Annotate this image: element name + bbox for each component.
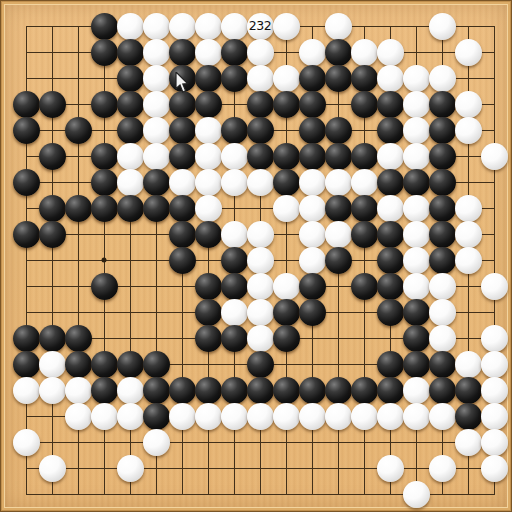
intersection-18-17[interactable] xyxy=(455,429,481,455)
intersection-18-2[interactable] xyxy=(455,39,481,65)
intersection-17-15[interactable] xyxy=(429,377,455,403)
intersection-6-6[interactable] xyxy=(143,143,169,169)
intersection-9-19[interactable] xyxy=(221,481,247,507)
intersection-14-5[interactable] xyxy=(351,117,377,143)
intersection-3-12[interactable] xyxy=(65,299,91,325)
intersection-18-12[interactable] xyxy=(455,299,481,325)
intersection-15-10[interactable] xyxy=(377,247,403,273)
intersection-11-4[interactable] xyxy=(273,91,299,117)
intersection-15-12[interactable] xyxy=(377,299,403,325)
intersection-6-12[interactable] xyxy=(143,299,169,325)
intersection-19-8[interactable] xyxy=(481,195,507,221)
intersection-19-5[interactable] xyxy=(481,117,507,143)
intersection-11-12[interactable] xyxy=(273,299,299,325)
intersection-6-7[interactable] xyxy=(143,169,169,195)
intersection-2-3[interactable] xyxy=(39,65,65,91)
intersection-18-4[interactable] xyxy=(455,91,481,117)
intersection-12-4[interactable] xyxy=(299,91,325,117)
intersection-4-19[interactable] xyxy=(91,481,117,507)
intersection-9-10[interactable] xyxy=(221,247,247,273)
intersection-5-8[interactable] xyxy=(117,195,143,221)
intersection-18-14[interactable] xyxy=(455,351,481,377)
intersection-19-1[interactable] xyxy=(481,13,507,39)
intersection-3-13[interactable] xyxy=(65,325,91,351)
intersection-11-14[interactable] xyxy=(273,351,299,377)
intersection-15-8[interactable] xyxy=(377,195,403,221)
intersection-10-13[interactable] xyxy=(247,325,273,351)
intersection-6-17[interactable] xyxy=(143,429,169,455)
intersection-14-4[interactable] xyxy=(351,91,377,117)
intersection-3-15[interactable] xyxy=(65,377,91,403)
intersection-15-2[interactable] xyxy=(377,39,403,65)
intersection-1-10[interactable] xyxy=(13,247,39,273)
intersection-7-19[interactable] xyxy=(169,481,195,507)
intersection-13-11[interactable] xyxy=(325,273,351,299)
intersection-7-11[interactable] xyxy=(169,273,195,299)
intersection-7-18[interactable] xyxy=(169,455,195,481)
intersection-19-4[interactable] xyxy=(481,91,507,117)
intersection-14-11[interactable] xyxy=(351,273,377,299)
intersection-8-11[interactable] xyxy=(195,273,221,299)
intersection-3-7[interactable] xyxy=(65,169,91,195)
intersection-8-19[interactable] xyxy=(195,481,221,507)
intersection-10-1[interactable]: 232 xyxy=(247,13,273,39)
intersection-8-16[interactable] xyxy=(195,403,221,429)
intersection-4-6[interactable] xyxy=(91,143,117,169)
intersection-5-19[interactable] xyxy=(117,481,143,507)
intersection-9-1[interactable] xyxy=(221,13,247,39)
intersection-13-7[interactable] xyxy=(325,169,351,195)
intersection-18-15[interactable] xyxy=(455,377,481,403)
intersection-14-10[interactable] xyxy=(351,247,377,273)
intersection-19-12[interactable] xyxy=(481,299,507,325)
intersection-9-2[interactable] xyxy=(221,39,247,65)
intersection-17-5[interactable] xyxy=(429,117,455,143)
intersection-4-15[interactable] xyxy=(91,377,117,403)
intersection-7-10[interactable] xyxy=(169,247,195,273)
intersection-5-15[interactable] xyxy=(117,377,143,403)
intersection-12-9[interactable] xyxy=(299,221,325,247)
intersection-2-2[interactable] xyxy=(39,39,65,65)
intersection-5-12[interactable] xyxy=(117,299,143,325)
intersection-9-13[interactable] xyxy=(221,325,247,351)
intersection-15-3[interactable] xyxy=(377,65,403,91)
intersection-12-16[interactable] xyxy=(299,403,325,429)
intersection-18-19[interactable] xyxy=(455,481,481,507)
intersection-4-3[interactable] xyxy=(91,65,117,91)
intersection-17-10[interactable] xyxy=(429,247,455,273)
intersection-18-1[interactable] xyxy=(455,13,481,39)
intersection-17-13[interactable] xyxy=(429,325,455,351)
intersection-8-13[interactable] xyxy=(195,325,221,351)
intersection-9-16[interactable] xyxy=(221,403,247,429)
intersection-19-19[interactable] xyxy=(481,481,507,507)
intersection-2-15[interactable] xyxy=(39,377,65,403)
intersection-2-5[interactable] xyxy=(39,117,65,143)
intersection-11-18[interactable] xyxy=(273,455,299,481)
intersection-15-15[interactable] xyxy=(377,377,403,403)
intersection-12-5[interactable] xyxy=(299,117,325,143)
intersection-4-1[interactable] xyxy=(91,13,117,39)
intersection-11-1[interactable] xyxy=(273,13,299,39)
intersection-14-15[interactable] xyxy=(351,377,377,403)
intersection-9-5[interactable] xyxy=(221,117,247,143)
intersection-9-18[interactable] xyxy=(221,455,247,481)
intersection-16-13[interactable] xyxy=(403,325,429,351)
intersection-5-7[interactable] xyxy=(117,169,143,195)
intersection-11-19[interactable] xyxy=(273,481,299,507)
intersection-10-15[interactable] xyxy=(247,377,273,403)
intersection-4-8[interactable] xyxy=(91,195,117,221)
intersection-9-6[interactable] xyxy=(221,143,247,169)
intersection-13-9[interactable] xyxy=(325,221,351,247)
intersection-12-2[interactable] xyxy=(299,39,325,65)
intersection-1-15[interactable] xyxy=(13,377,39,403)
intersection-4-14[interactable] xyxy=(91,351,117,377)
intersection-17-8[interactable] xyxy=(429,195,455,221)
intersection-1-14[interactable] xyxy=(13,351,39,377)
intersection-16-9[interactable] xyxy=(403,221,429,247)
intersection-18-18[interactable] xyxy=(455,455,481,481)
intersection-5-3[interactable] xyxy=(117,65,143,91)
intersection-2-16[interactable] xyxy=(39,403,65,429)
intersection-8-1[interactable] xyxy=(195,13,221,39)
intersection-19-13[interactable] xyxy=(481,325,507,351)
intersection-12-3[interactable] xyxy=(299,65,325,91)
intersection-1-1[interactable] xyxy=(13,13,39,39)
intersection-16-2[interactable] xyxy=(403,39,429,65)
intersection-9-15[interactable] xyxy=(221,377,247,403)
intersection-14-9[interactable] xyxy=(351,221,377,247)
intersection-9-11[interactable] xyxy=(221,273,247,299)
intersection-19-11[interactable] xyxy=(481,273,507,299)
intersection-16-18[interactable] xyxy=(403,455,429,481)
intersection-7-2[interactable] xyxy=(169,39,195,65)
intersection-11-3[interactable] xyxy=(273,65,299,91)
intersection-8-17[interactable] xyxy=(195,429,221,455)
intersection-17-3[interactable] xyxy=(429,65,455,91)
intersection-6-15[interactable] xyxy=(143,377,169,403)
intersection-15-11[interactable] xyxy=(377,273,403,299)
intersection-15-5[interactable] xyxy=(377,117,403,143)
intersection-4-10[interactable] xyxy=(91,247,117,273)
intersection-14-16[interactable] xyxy=(351,403,377,429)
intersection-6-13[interactable] xyxy=(143,325,169,351)
intersection-1-6[interactable] xyxy=(13,143,39,169)
intersection-18-8[interactable] xyxy=(455,195,481,221)
intersection-14-14[interactable] xyxy=(351,351,377,377)
intersection-7-13[interactable] xyxy=(169,325,195,351)
intersection-19-18[interactable] xyxy=(481,455,507,481)
intersection-7-9[interactable] xyxy=(169,221,195,247)
intersection-10-8[interactable] xyxy=(247,195,273,221)
intersection-10-12[interactable] xyxy=(247,299,273,325)
intersection-13-1[interactable] xyxy=(325,13,351,39)
intersection-11-5[interactable] xyxy=(273,117,299,143)
intersection-1-3[interactable] xyxy=(13,65,39,91)
intersection-8-3[interactable] xyxy=(195,65,221,91)
intersection-19-7[interactable] xyxy=(481,169,507,195)
intersection-19-15[interactable] xyxy=(481,377,507,403)
intersection-1-16[interactable] xyxy=(13,403,39,429)
intersection-17-7[interactable] xyxy=(429,169,455,195)
intersection-19-3[interactable] xyxy=(481,65,507,91)
intersection-3-2[interactable] xyxy=(65,39,91,65)
intersection-7-6[interactable] xyxy=(169,143,195,169)
intersection-16-17[interactable] xyxy=(403,429,429,455)
intersection-13-15[interactable] xyxy=(325,377,351,403)
intersection-12-6[interactable] xyxy=(299,143,325,169)
intersection-7-1[interactable] xyxy=(169,13,195,39)
intersection-10-9[interactable] xyxy=(247,221,273,247)
intersection-3-16[interactable] xyxy=(65,403,91,429)
intersection-16-6[interactable] xyxy=(403,143,429,169)
intersection-12-1[interactable] xyxy=(299,13,325,39)
intersection-5-18[interactable] xyxy=(117,455,143,481)
intersection-5-6[interactable] xyxy=(117,143,143,169)
intersection-10-5[interactable] xyxy=(247,117,273,143)
intersection-13-4[interactable] xyxy=(325,91,351,117)
intersection-3-17[interactable] xyxy=(65,429,91,455)
intersection-16-4[interactable] xyxy=(403,91,429,117)
intersection-8-2[interactable] xyxy=(195,39,221,65)
intersection-18-16[interactable] xyxy=(455,403,481,429)
intersection-6-4[interactable] xyxy=(143,91,169,117)
intersection-7-14[interactable] xyxy=(169,351,195,377)
intersection-12-8[interactable] xyxy=(299,195,325,221)
intersection-2-7[interactable] xyxy=(39,169,65,195)
intersection-3-11[interactable] xyxy=(65,273,91,299)
intersection-10-17[interactable] xyxy=(247,429,273,455)
intersection-7-16[interactable] xyxy=(169,403,195,429)
intersection-5-10[interactable] xyxy=(117,247,143,273)
intersection-16-19[interactable] xyxy=(403,481,429,507)
intersection-6-3[interactable] xyxy=(143,65,169,91)
intersection-6-19[interactable] xyxy=(143,481,169,507)
intersection-12-19[interactable] xyxy=(299,481,325,507)
intersection-12-12[interactable] xyxy=(299,299,325,325)
intersection-8-6[interactable] xyxy=(195,143,221,169)
intersection-19-14[interactable] xyxy=(481,351,507,377)
intersection-1-8[interactable] xyxy=(13,195,39,221)
intersection-15-14[interactable] xyxy=(377,351,403,377)
intersection-10-6[interactable] xyxy=(247,143,273,169)
intersection-5-5[interactable] xyxy=(117,117,143,143)
intersection-1-19[interactable] xyxy=(13,481,39,507)
intersection-6-9[interactable] xyxy=(143,221,169,247)
intersection-8-9[interactable] xyxy=(195,221,221,247)
intersection-2-9[interactable] xyxy=(39,221,65,247)
goban[interactable]: 232 xyxy=(0,0,512,512)
intersection-15-7[interactable] xyxy=(377,169,403,195)
intersection-19-17[interactable] xyxy=(481,429,507,455)
intersection-12-13[interactable] xyxy=(299,325,325,351)
intersection-14-19[interactable] xyxy=(351,481,377,507)
intersection-12-10[interactable] xyxy=(299,247,325,273)
intersection-1-12[interactable] xyxy=(13,299,39,325)
intersection-4-16[interactable] xyxy=(91,403,117,429)
intersection-7-8[interactable] xyxy=(169,195,195,221)
intersection-1-7[interactable] xyxy=(13,169,39,195)
intersection-3-19[interactable] xyxy=(65,481,91,507)
intersection-6-16[interactable] xyxy=(143,403,169,429)
intersection-19-9[interactable] xyxy=(481,221,507,247)
intersection-5-17[interactable] xyxy=(117,429,143,455)
intersection-14-2[interactable] xyxy=(351,39,377,65)
intersection-3-10[interactable] xyxy=(65,247,91,273)
intersection-17-12[interactable] xyxy=(429,299,455,325)
intersection-13-6[interactable] xyxy=(325,143,351,169)
intersection-2-6[interactable] xyxy=(39,143,65,169)
intersection-13-5[interactable] xyxy=(325,117,351,143)
intersection-15-16[interactable] xyxy=(377,403,403,429)
intersection-3-9[interactable] xyxy=(65,221,91,247)
intersection-12-18[interactable] xyxy=(299,455,325,481)
intersection-13-14[interactable] xyxy=(325,351,351,377)
intersection-10-10[interactable] xyxy=(247,247,273,273)
intersection-11-13[interactable] xyxy=(273,325,299,351)
intersection-4-13[interactable] xyxy=(91,325,117,351)
intersection-1-17[interactable] xyxy=(13,429,39,455)
intersection-11-15[interactable] xyxy=(273,377,299,403)
intersection-2-12[interactable] xyxy=(39,299,65,325)
intersection-19-16[interactable] xyxy=(481,403,507,429)
intersection-14-17[interactable] xyxy=(351,429,377,455)
intersection-4-2[interactable] xyxy=(91,39,117,65)
intersection-18-10[interactable] xyxy=(455,247,481,273)
intersection-8-15[interactable] xyxy=(195,377,221,403)
intersection-18-13[interactable] xyxy=(455,325,481,351)
intersection-15-6[interactable] xyxy=(377,143,403,169)
intersection-9-17[interactable] xyxy=(221,429,247,455)
intersection-9-9[interactable] xyxy=(221,221,247,247)
intersection-14-13[interactable] xyxy=(351,325,377,351)
intersection-4-4[interactable] xyxy=(91,91,117,117)
intersection-12-17[interactable] xyxy=(299,429,325,455)
intersection-2-1[interactable] xyxy=(39,13,65,39)
intersection-18-11[interactable] xyxy=(455,273,481,299)
intersection-16-14[interactable] xyxy=(403,351,429,377)
intersection-10-7[interactable] xyxy=(247,169,273,195)
intersection-19-10[interactable] xyxy=(481,247,507,273)
intersection-10-2[interactable] xyxy=(247,39,273,65)
intersection-5-13[interactable] xyxy=(117,325,143,351)
intersection-18-6[interactable] xyxy=(455,143,481,169)
intersection-5-2[interactable] xyxy=(117,39,143,65)
intersection-7-5[interactable] xyxy=(169,117,195,143)
intersection-4-18[interactable] xyxy=(91,455,117,481)
intersection-10-11[interactable] xyxy=(247,273,273,299)
intersection-13-18[interactable] xyxy=(325,455,351,481)
intersection-4-11[interactable] xyxy=(91,273,117,299)
intersection-1-9[interactable] xyxy=(13,221,39,247)
intersection-15-9[interactable] xyxy=(377,221,403,247)
intersection-17-4[interactable] xyxy=(429,91,455,117)
intersection-3-4[interactable] xyxy=(65,91,91,117)
intersection-5-1[interactable] xyxy=(117,13,143,39)
intersection-16-11[interactable] xyxy=(403,273,429,299)
intersection-6-5[interactable] xyxy=(143,117,169,143)
intersection-9-7[interactable] xyxy=(221,169,247,195)
intersection-4-17[interactable] xyxy=(91,429,117,455)
intersection-2-4[interactable] xyxy=(39,91,65,117)
intersection-13-2[interactable] xyxy=(325,39,351,65)
intersection-10-16[interactable] xyxy=(247,403,273,429)
intersection-17-14[interactable] xyxy=(429,351,455,377)
intersection-14-12[interactable] xyxy=(351,299,377,325)
intersection-9-12[interactable] xyxy=(221,299,247,325)
intersection-18-5[interactable] xyxy=(455,117,481,143)
intersection-12-11[interactable] xyxy=(299,273,325,299)
intersection-4-12[interactable] xyxy=(91,299,117,325)
intersection-17-11[interactable] xyxy=(429,273,455,299)
intersection-8-4[interactable] xyxy=(195,91,221,117)
intersection-1-18[interactable] xyxy=(13,455,39,481)
intersection-6-2[interactable] xyxy=(143,39,169,65)
intersection-8-5[interactable] xyxy=(195,117,221,143)
intersection-12-15[interactable] xyxy=(299,377,325,403)
intersection-1-5[interactable] xyxy=(13,117,39,143)
intersection-12-7[interactable] xyxy=(299,169,325,195)
intersection-6-11[interactable] xyxy=(143,273,169,299)
intersection-10-18[interactable] xyxy=(247,455,273,481)
intersection-14-3[interactable] xyxy=(351,65,377,91)
intersection-5-14[interactable] xyxy=(117,351,143,377)
intersection-8-10[interactable] xyxy=(195,247,221,273)
intersection-15-18[interactable] xyxy=(377,455,403,481)
intersection-16-12[interactable] xyxy=(403,299,429,325)
intersection-6-1[interactable] xyxy=(143,13,169,39)
intersection-6-14[interactable] xyxy=(143,351,169,377)
intersection-9-3[interactable] xyxy=(221,65,247,91)
intersection-1-13[interactable] xyxy=(13,325,39,351)
intersection-16-16[interactable] xyxy=(403,403,429,429)
intersection-11-17[interactable] xyxy=(273,429,299,455)
intersection-8-18[interactable] xyxy=(195,455,221,481)
intersection-6-18[interactable] xyxy=(143,455,169,481)
intersection-11-2[interactable] xyxy=(273,39,299,65)
intersection-17-1[interactable] xyxy=(429,13,455,39)
intersection-16-7[interactable] xyxy=(403,169,429,195)
intersection-18-9[interactable] xyxy=(455,221,481,247)
intersection-3-18[interactable] xyxy=(65,455,91,481)
intersection-13-8[interactable] xyxy=(325,195,351,221)
intersection-17-2[interactable] xyxy=(429,39,455,65)
intersection-17-16[interactable] xyxy=(429,403,455,429)
intersection-10-3[interactable] xyxy=(247,65,273,91)
intersection-11-8[interactable] xyxy=(273,195,299,221)
intersection-6-8[interactable] xyxy=(143,195,169,221)
intersection-11-10[interactable] xyxy=(273,247,299,273)
intersection-2-18[interactable] xyxy=(39,455,65,481)
intersection-1-4[interactable] xyxy=(13,91,39,117)
intersection-7-15[interactable] xyxy=(169,377,195,403)
intersection-10-4[interactable] xyxy=(247,91,273,117)
intersection-11-16[interactable] xyxy=(273,403,299,429)
intersection-2-13[interactable] xyxy=(39,325,65,351)
intersection-17-19[interactable] xyxy=(429,481,455,507)
intersection-8-7[interactable] xyxy=(195,169,221,195)
intersection-2-14[interactable] xyxy=(39,351,65,377)
intersection-16-15[interactable] xyxy=(403,377,429,403)
intersection-7-12[interactable] xyxy=(169,299,195,325)
intersection-4-9[interactable] xyxy=(91,221,117,247)
intersection-16-5[interactable] xyxy=(403,117,429,143)
intersection-15-13[interactable] xyxy=(377,325,403,351)
intersection-3-3[interactable] xyxy=(65,65,91,91)
intersection-13-3[interactable] xyxy=(325,65,351,91)
intersection-7-4[interactable] xyxy=(169,91,195,117)
